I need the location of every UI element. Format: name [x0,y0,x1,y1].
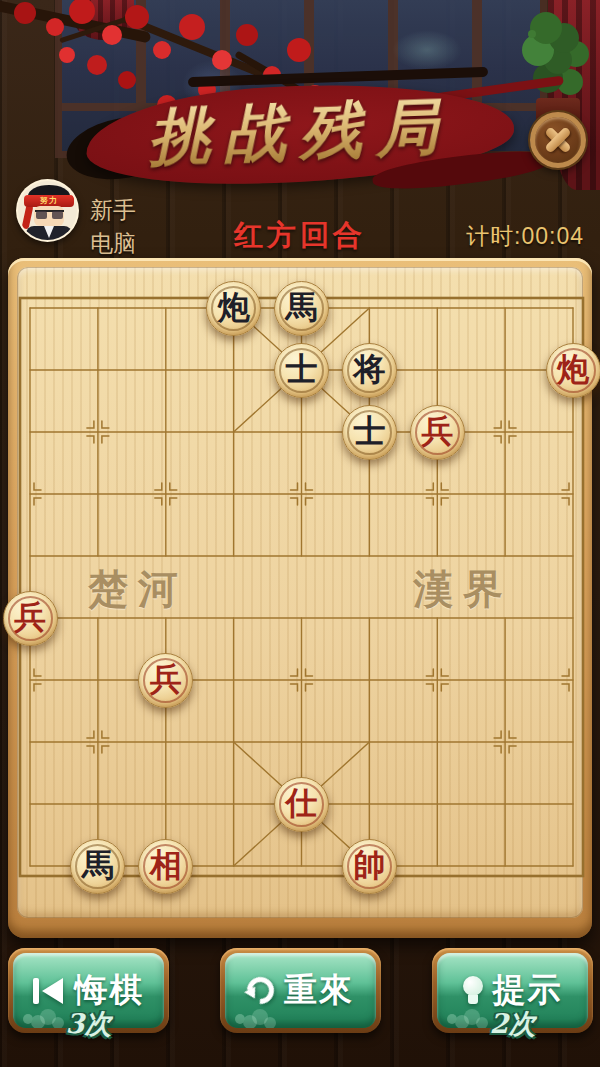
close-icon [543,125,573,155]
piece-glyph: 馬 [71,840,124,893]
cloud-decor [235,1014,245,1024]
piece-red-soldier[interactable]: 兵 [3,591,58,646]
refresh-icon [241,971,279,1009]
timer-label: 计时:00:04 [466,221,584,252]
piece-glyph: 炮 [207,282,260,335]
hint-button[interactable]: 提示 2次 [432,948,593,1033]
piece-red-advisor[interactable]: 仕 [274,777,329,832]
piece-black-advisor[interactable]: 士 [274,343,329,398]
piece-glyph: 将 [343,344,396,397]
piece-glyph: 相 [139,840,192,893]
piece-black-horse[interactable]: 馬 [70,839,125,894]
piece-red-soldier[interactable]: 兵 [410,405,465,460]
close-button[interactable] [530,112,586,168]
restart-label: 重來 [284,968,354,1013]
piece-black-horse[interactable]: 馬 [274,281,329,336]
piece-red-cannon[interactable]: 炮 [546,343,600,398]
piece-glyph: 士 [343,406,396,459]
river-label-right: 漢界 [388,562,538,617]
window-glow [392,30,462,70]
plum-blossoms [6,4,8,6]
piece-black-cannon[interactable]: 炮 [206,281,261,336]
piece-black-general[interactable]: 将 [342,343,397,398]
app-root: { "game": "xiangqi", "header": { "title"… [0,0,600,1067]
skip-back-icon [33,978,65,1004]
restart-button[interactable]: 重來 [220,948,381,1033]
bulb-icon [463,976,483,1005]
piece-red-elephant[interactable]: 相 [138,839,193,894]
piece-glyph: 兵 [139,654,192,707]
undo-button[interactable]: 悔棋 3次 [8,948,169,1033]
hint-count-badge: 2次 [432,1006,593,1042]
piece-glyph: 仕 [275,778,328,831]
piece-black-advisor[interactable]: 士 [342,405,397,460]
potted-plant [528,30,536,38]
piece-glyph: 馬 [275,282,328,335]
river-label-left: 楚河 [63,562,213,617]
piece-glyph: 士 [275,344,328,397]
piece-glyph: 兵 [411,406,464,459]
piece-glyph: 炮 [547,344,600,397]
undo-count-badge: 3次 [8,1006,169,1042]
piece-glyph: 帥 [343,840,396,893]
piece-red-soldier[interactable]: 兵 [138,653,193,708]
restart-button-face: 重來 [225,953,376,1028]
piece-glyph: 兵 [4,592,57,645]
board-panel: 楚河 漢界 炮馬士将炮士兵兵兵仕馬相帥 [8,258,592,938]
piece-red-general[interactable]: 帥 [342,839,397,894]
